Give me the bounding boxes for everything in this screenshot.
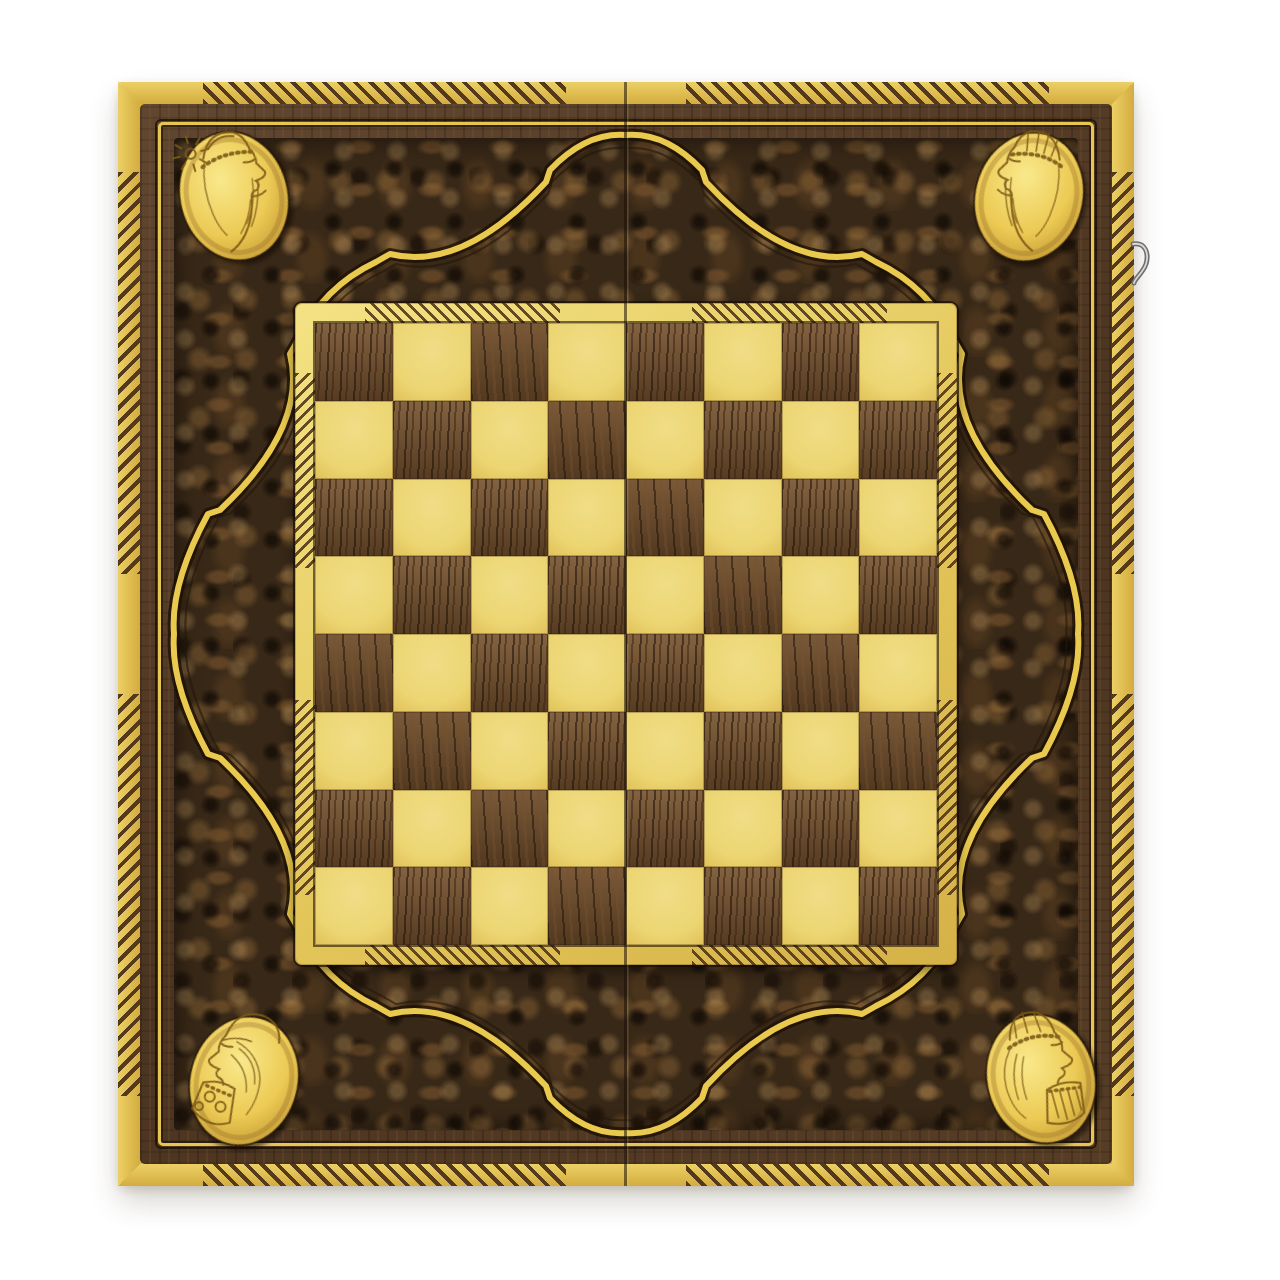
square-b1[interactable] [393, 867, 471, 945]
frame-stripe-segment [365, 303, 560, 323]
fold-seam [624, 82, 627, 1186]
square-d1[interactable] [548, 867, 626, 945]
square-h7[interactable] [859, 401, 937, 479]
rope-stripe-segment [1112, 172, 1134, 574]
square-e4[interactable] [626, 634, 704, 712]
square-c7[interactable] [471, 401, 549, 479]
square-d8[interactable] [548, 323, 626, 401]
square-g6[interactable] [782, 479, 860, 557]
square-d5[interactable] [548, 556, 626, 634]
square-g5[interactable] [782, 556, 860, 634]
square-g2[interactable] [782, 790, 860, 868]
square-e7[interactable] [626, 401, 704, 479]
square-c5[interactable] [471, 556, 549, 634]
square-d6[interactable] [548, 479, 626, 557]
latch-hook [1128, 240, 1154, 286]
square-c6[interactable] [471, 479, 549, 557]
square-f2[interactable] [704, 790, 782, 868]
square-e3[interactable] [626, 712, 704, 790]
square-a8[interactable] [315, 323, 393, 401]
square-f7[interactable] [704, 401, 782, 479]
frame-stripe-segment [295, 700, 315, 895]
square-d2[interactable] [548, 790, 626, 868]
square-f8[interactable] [704, 323, 782, 401]
square-g4[interactable] [782, 634, 860, 712]
square-e1[interactable] [626, 867, 704, 945]
square-a6[interactable] [315, 479, 393, 557]
square-h4[interactable] [859, 634, 937, 712]
square-b5[interactable] [393, 556, 471, 634]
photo-canvas [0, 0, 1280, 1280]
square-e5[interactable] [626, 556, 704, 634]
frame-stripe-segment [295, 373, 315, 568]
square-h8[interactable] [859, 323, 937, 401]
square-a7[interactable] [315, 401, 393, 479]
frame-stripe-segment [692, 303, 887, 323]
square-c1[interactable] [471, 867, 549, 945]
frame-stripe-segment [937, 373, 957, 568]
square-a4[interactable] [315, 634, 393, 712]
square-a1[interactable] [315, 867, 393, 945]
square-g3[interactable] [782, 712, 860, 790]
square-h5[interactable] [859, 556, 937, 634]
square-f6[interactable] [704, 479, 782, 557]
square-c4[interactable] [471, 634, 549, 712]
frame-stripe-segment [937, 700, 957, 895]
square-a5[interactable] [315, 556, 393, 634]
frame-stripe-segment [692, 945, 887, 965]
square-h6[interactable] [859, 479, 937, 557]
square-f1[interactable] [704, 867, 782, 945]
square-h3[interactable] [859, 712, 937, 790]
square-e6[interactable] [626, 479, 704, 557]
square-c2[interactable] [471, 790, 549, 868]
square-e2[interactable] [626, 790, 704, 868]
square-d3[interactable] [548, 712, 626, 790]
game-board [118, 82, 1134, 1186]
square-g8[interactable] [782, 323, 860, 401]
square-f3[interactable] [704, 712, 782, 790]
outer-stripe-border-left [118, 82, 140, 1186]
frame-stripe-segment [365, 945, 560, 965]
rope-stripe-segment [1112, 694, 1134, 1096]
square-f4[interactable] [704, 634, 782, 712]
square-h2[interactable] [859, 790, 937, 868]
rope-stripe-segment [118, 172, 140, 574]
square-b6[interactable] [393, 479, 471, 557]
square-c8[interactable] [471, 323, 549, 401]
square-a3[interactable] [315, 712, 393, 790]
square-d7[interactable] [548, 401, 626, 479]
square-c3[interactable] [471, 712, 549, 790]
square-g1[interactable] [782, 867, 860, 945]
square-a2[interactable] [315, 790, 393, 868]
square-b4[interactable] [393, 634, 471, 712]
square-b3[interactable] [393, 712, 471, 790]
square-e8[interactable] [626, 323, 704, 401]
square-b8[interactable] [393, 323, 471, 401]
square-g7[interactable] [782, 401, 860, 479]
square-h1[interactable] [859, 867, 937, 945]
square-b2[interactable] [393, 790, 471, 868]
square-f5[interactable] [704, 556, 782, 634]
square-d4[interactable] [548, 634, 626, 712]
rope-stripe-segment [118, 694, 140, 1096]
square-b7[interactable] [393, 401, 471, 479]
